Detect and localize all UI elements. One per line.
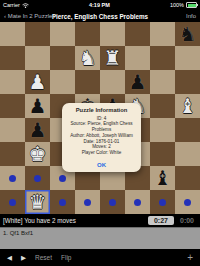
timer-badge: 0:27	[148, 216, 174, 225]
square-a3[interactable]	[0, 142, 25, 166]
square-f7[interactable]	[125, 46, 150, 70]
square-a4[interactable]	[0, 118, 25, 142]
square-e8[interactable]	[100, 22, 125, 46]
white-pawn-b6[interactable]: ♟	[25, 70, 50, 94]
square-a7[interactable]	[0, 46, 25, 70]
next-move-button[interactable]: ▶	[21, 254, 26, 262]
bottom-toolbar: ◀ ▶ Reset Flip +	[0, 249, 200, 266]
square-e7[interactable]: ♜	[100, 46, 125, 70]
black-pawn-b5[interactable]: ♟	[25, 94, 50, 118]
square-h7[interactable]	[175, 46, 200, 70]
wifi-icon	[22, 3, 29, 8]
flip-button[interactable]: Flip	[61, 254, 71, 261]
square-h8[interactable]: ♞	[175, 22, 200, 46]
add-button[interactable]: +	[187, 253, 193, 263]
square-c7[interactable]	[50, 46, 75, 70]
legal-move-dot-f1[interactable]	[134, 199, 141, 206]
square-f8[interactable]	[125, 22, 150, 46]
square-g6[interactable]	[150, 70, 175, 94]
legal-move-dot-b2[interactable]	[34, 175, 41, 182]
turn-message: [White] You have 2 moves	[3, 217, 76, 224]
square-b2[interactable]	[25, 166, 50, 190]
square-a5[interactable]	[0, 94, 25, 118]
info-button[interactable]: Info	[186, 13, 196, 19]
square-a1[interactable]	[0, 190, 25, 214]
square-a2[interactable]	[0, 166, 25, 190]
square-c1[interactable]	[50, 190, 75, 214]
puzzle-author: Author: Abbott, Joseph William	[66, 133, 137, 139]
puzzle-source: Source: Pierce, English Chess Problems	[66, 121, 137, 133]
status-bar: Carrier 4:19 PM 100%	[0, 0, 200, 10]
previous-move-button[interactable]: ◀	[7, 254, 12, 262]
battery-percent: 100%	[170, 2, 184, 8]
square-g8[interactable]	[150, 22, 175, 46]
square-g3[interactable]	[150, 142, 175, 166]
legal-move-dot-a1[interactable]	[9, 199, 16, 206]
square-f1[interactable]	[125, 190, 150, 214]
clock-label: 4:19 PM	[89, 2, 110, 8]
square-h5[interactable]: ♝	[175, 94, 200, 118]
square-c6[interactable]	[50, 70, 75, 94]
puzzle-info-dialog: Puzzle Information ID: 4 Source: Pierce,…	[62, 103, 141, 172]
legal-move-dot-g1[interactable]	[159, 199, 166, 206]
square-h4[interactable]	[175, 118, 200, 142]
square-b5[interactable]: ♟	[25, 94, 50, 118]
navigation-bar: Pierce, English Chess Problems ‹ Mate In…	[0, 10, 200, 22]
white-king-b3[interactable]: ♚	[25, 142, 50, 166]
square-e1[interactable]	[100, 190, 125, 214]
square-d8[interactable]	[75, 22, 100, 46]
game-status-bar: [White] You have 2 moves 0:27 0:00	[0, 214, 200, 227]
square-b4[interactable]: ♟	[25, 118, 50, 142]
square-c8[interactable]	[50, 22, 75, 46]
white-knight-d7[interactable]: ♞	[75, 46, 100, 70]
white-queen-b1[interactable]: ♛	[25, 190, 50, 214]
square-h6[interactable]	[175, 70, 200, 94]
move-list-text: 1. Qf1 Bxf1	[3, 230, 33, 236]
black-knight-h8[interactable]: ♞	[175, 22, 200, 46]
square-h2[interactable]	[175, 166, 200, 190]
white-rook-e7[interactable]: ♜	[100, 46, 125, 70]
square-b3[interactable]: ♚	[25, 142, 50, 166]
legal-move-dot-e1[interactable]	[109, 199, 116, 206]
legal-move-dot-a2[interactable]	[9, 175, 16, 182]
black-pawn-f6[interactable]: ♟	[125, 70, 150, 94]
legal-move-dot-h1[interactable]	[184, 199, 191, 206]
square-g1[interactable]	[150, 190, 175, 214]
square-b8[interactable]	[25, 22, 50, 46]
ok-button[interactable]: OK	[66, 162, 137, 168]
black-bishop-g2[interactable]: ♝	[150, 166, 175, 190]
square-g2[interactable]: ♝	[150, 166, 175, 190]
move-list[interactable]: 1. Qf1 Bxf1	[0, 227, 200, 249]
square-a6[interactable]	[0, 70, 25, 94]
square-g7[interactable]	[150, 46, 175, 70]
square-e6[interactable]	[100, 70, 125, 94]
square-h3[interactable]	[175, 142, 200, 166]
dialog-title: Puzzle Information	[66, 107, 137, 113]
puzzle-player-color: Player Color: White	[66, 150, 137, 156]
square-g5[interactable]	[150, 94, 175, 118]
square-d7[interactable]: ♞	[75, 46, 100, 70]
square-h1[interactable]	[175, 190, 200, 214]
back-button[interactable]: ‹ Mate In 2 Puzzles	[4, 13, 55, 19]
square-d6[interactable]	[75, 70, 100, 94]
square-b7[interactable]	[25, 46, 50, 70]
reset-button[interactable]: Reset	[35, 254, 52, 261]
square-d1[interactable]	[75, 190, 100, 214]
secondary-clock: 0:00	[180, 217, 194, 224]
square-b6[interactable]: ♟	[25, 70, 50, 94]
battery-icon	[186, 2, 197, 8]
carrier-label: Carrier	[3, 2, 20, 8]
black-pawn-b4[interactable]: ♟	[25, 118, 50, 142]
square-b1[interactable]: ♛	[25, 190, 50, 214]
white-bishop-h5[interactable]: ♝	[175, 94, 200, 118]
square-f6[interactable]: ♟	[125, 70, 150, 94]
square-g4[interactable]	[150, 118, 175, 142]
legal-move-dot-d1[interactable]	[84, 199, 91, 206]
legal-move-dot-c2[interactable]	[59, 175, 66, 182]
square-a8[interactable]	[0, 22, 25, 46]
legal-move-dot-c1[interactable]	[59, 199, 66, 206]
